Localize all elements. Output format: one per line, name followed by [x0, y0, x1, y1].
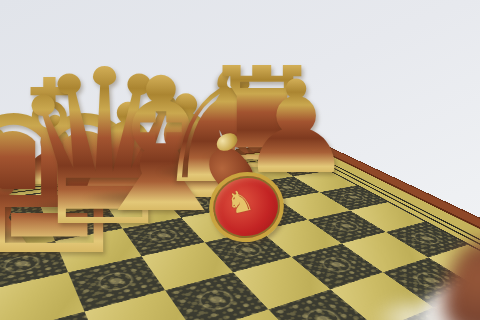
chess-set-photo: ♝♟♚♟♛♟♝♞♜♟ ♞: [0, 0, 480, 320]
